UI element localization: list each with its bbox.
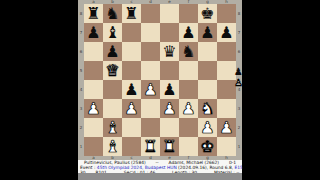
square-b7[interactable]: ♝ — [103, 23, 122, 42]
white-king-piece: ♚ — [200, 137, 214, 156]
square-a3[interactable]: ♟ — [84, 99, 103, 118]
white-pawn-piece: ♟ — [143, 80, 157, 99]
square-g5[interactable] — [198, 61, 217, 80]
material-indicator: ♟ ♙ — [234, 66, 248, 88]
square-c8[interactable]: ♜ — [122, 4, 141, 23]
black-knight-piece: ♞ — [105, 4, 119, 23]
square-f3[interactable]: ♟ — [179, 99, 198, 118]
square-e2[interactable] — [160, 118, 179, 137]
square-b4[interactable] — [103, 80, 122, 99]
white-pawn-icon: ♙ — [234, 77, 248, 88]
square-c4[interactable]: ♟ — [122, 80, 141, 99]
square-e8[interactable] — [160, 4, 179, 23]
square-f2[interactable] — [179, 118, 198, 137]
game-info-bar: Pultinevicius, Paulius (2584) -- Adams, … — [78, 160, 242, 173]
coordinate-label: 2 — [236, 118, 242, 137]
white-queen-piece: ♛ — [105, 61, 119, 80]
square-g4[interactable] — [198, 80, 217, 99]
coordinate-label: 1 — [236, 137, 242, 156]
square-a6[interactable] — [84, 42, 103, 61]
square-a7[interactable]: ♟ — [84, 23, 103, 42]
square-f5[interactable] — [179, 61, 198, 80]
left-black-bar — [0, 0, 78, 180]
square-c5[interactable] — [122, 61, 141, 80]
square-f4[interactable] — [179, 80, 198, 99]
black-pawn-piece: ♟ — [105, 42, 119, 61]
black-king-piece: ♚ — [200, 4, 214, 23]
square-d1[interactable]: ♜ — [141, 137, 160, 156]
black-bishop-piece: ♝ — [105, 23, 119, 42]
black-pawn-piece: ♟ — [181, 23, 195, 42]
square-e1[interactable]: ♜ — [160, 137, 179, 156]
bottom-gray-strip — [78, 173, 242, 180]
square-b2[interactable]: ♝ — [103, 118, 122, 137]
square-c3[interactable]: ♟ — [122, 99, 141, 118]
square-c1[interactable] — [122, 137, 141, 156]
coordinate-label: 8 — [236, 4, 242, 23]
square-d5[interactable] — [141, 61, 160, 80]
white-bishop-piece: ♝ — [105, 118, 119, 137]
square-a4[interactable] — [84, 80, 103, 99]
white-bishop-piece: ♝ — [105, 137, 119, 156]
square-d7[interactable] — [141, 23, 160, 42]
chess-board: ♜♞♜♚♟♝♟♟♟♟♛♞♛♟♟♟♟♟♟♟♞♝♟♟♝♜♜♚ — [84, 4, 236, 156]
square-a5[interactable] — [84, 61, 103, 80]
square-b8[interactable]: ♞ — [103, 4, 122, 23]
square-f6[interactable]: ♞ — [179, 42, 198, 61]
square-g7[interactable]: ♟ — [198, 23, 217, 42]
black-rook-piece: ♜ — [86, 4, 100, 23]
square-e6[interactable]: ♛ — [160, 42, 179, 61]
white-pawn-piece: ♟ — [181, 99, 195, 118]
white-rook-piece: ♜ — [143, 137, 157, 156]
square-h3[interactable] — [217, 99, 236, 118]
white-pawn-piece: ♟ — [162, 99, 176, 118]
white-pawn-piece: ♟ — [200, 118, 214, 137]
white-rook-piece: ♜ — [162, 137, 176, 156]
square-d3[interactable] — [141, 99, 160, 118]
square-a2[interactable] — [84, 118, 103, 137]
black-rook-piece: ♜ — [124, 4, 138, 23]
square-c2[interactable] — [122, 118, 141, 137]
black-pawn-piece: ♟ — [200, 23, 214, 42]
square-b1[interactable]: ♝ — [103, 137, 122, 156]
square-a1[interactable] — [84, 137, 103, 156]
square-g6[interactable] — [198, 42, 217, 61]
square-f1[interactable] — [179, 137, 198, 156]
white-pawn-piece: ♟ — [124, 99, 138, 118]
square-a8[interactable]: ♜ — [84, 4, 103, 23]
square-f8[interactable] — [179, 4, 198, 23]
square-e5[interactable] — [160, 61, 179, 80]
video-frame: abcdefgh 87654321 ♜♞♜♚♟♝♟♟♟♟♛♞♛♟♟♟♟♟♟♟♞♝… — [0, 0, 320, 180]
square-c7[interactable] — [122, 23, 141, 42]
square-b5[interactable]: ♛ — [103, 61, 122, 80]
white-knight-piece: ♞ — [200, 99, 214, 118]
black-queen-piece: ♛ — [162, 42, 176, 61]
square-e4[interactable]: ♟ — [160, 80, 179, 99]
coordinate-label: 7 — [236, 23, 242, 42]
black-knight-piece: ♞ — [181, 42, 195, 61]
square-b6[interactable]: ♟ — [103, 42, 122, 61]
square-d6[interactable] — [141, 42, 160, 61]
black-pawn-piece: ♟ — [124, 80, 138, 99]
black-pawn-piece: ♟ — [86, 23, 100, 42]
black-pawn-piece: ♟ — [162, 80, 176, 99]
square-g1[interactable]: ♚ — [198, 137, 217, 156]
square-f7[interactable]: ♟ — [179, 23, 198, 42]
black-pawn-piece: ♟ — [219, 23, 233, 42]
square-g8[interactable]: ♚ — [198, 4, 217, 23]
square-d8[interactable] — [141, 4, 160, 23]
white-pawn-piece: ♟ — [219, 118, 233, 137]
chess-frame: abcdefgh 87654321 ♜♞♜♚♟♝♟♟♟♟♛♞♛♟♟♟♟♟♟♟♞♝… — [78, 0, 242, 180]
coordinate-label: 3 — [236, 99, 242, 118]
square-b3[interactable] — [103, 99, 122, 118]
black-pawn-icon: ♟ — [234, 66, 248, 77]
square-e7[interactable] — [160, 23, 179, 42]
square-d2[interactable] — [141, 118, 160, 137]
white-pawn-piece: ♟ — [86, 99, 100, 118]
square-h2[interactable]: ♟ — [217, 118, 236, 137]
square-h6[interactable] — [217, 42, 236, 61]
square-h7[interactable]: ♟ — [217, 23, 236, 42]
coordinate-label: 6 — [236, 42, 242, 61]
square-d4[interactable]: ♟ — [141, 80, 160, 99]
square-c6[interactable] — [122, 42, 141, 61]
square-h8[interactable] — [217, 4, 236, 23]
right-black-bar — [242, 0, 320, 180]
square-g3[interactable]: ♞ — [198, 99, 217, 118]
square-g2[interactable]: ♟ — [198, 118, 217, 137]
square-h1[interactable] — [217, 137, 236, 156]
square-e3[interactable]: ♟ — [160, 99, 179, 118]
